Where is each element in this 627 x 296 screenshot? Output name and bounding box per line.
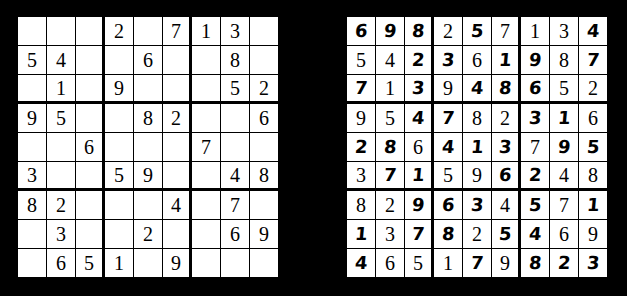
given-digit: 7	[500, 21, 510, 41]
solved-digit: 4	[441, 138, 455, 156]
given-digit: 2	[171, 108, 181, 128]
solved-digit: 7	[586, 51, 600, 69]
given-digit: 4	[385, 50, 395, 70]
given-digit: 5	[114, 165, 124, 185]
cell-r6c4: 5	[105, 162, 134, 191]
solved-digit: 4	[411, 109, 425, 127]
cell-r6c3: 1	[405, 162, 434, 191]
cell-r4c9: 6	[579, 104, 608, 133]
solved-digit: 7	[411, 225, 425, 243]
solved-digit: 4	[354, 254, 368, 272]
cell-r4c3: 4	[405, 104, 434, 133]
cell-r4c8	[221, 104, 250, 133]
given-digit: 9	[259, 224, 269, 244]
given-digit: 1	[530, 21, 540, 41]
cell-r5c8	[221, 133, 250, 162]
given-digit: 5	[413, 253, 423, 273]
solved-digit: 4	[586, 22, 600, 40]
cell-r1c7: 1	[192, 17, 221, 46]
cell-r7c7	[192, 191, 221, 220]
given-digit: 4	[559, 165, 569, 185]
solved-digit: 7	[383, 166, 397, 184]
cell-r4c3	[76, 104, 105, 133]
cell-r3c4: 9	[105, 75, 134, 104]
cell-r2c3	[76, 46, 105, 75]
solution-board: 6982571345423619877139486529547823162864…	[347, 17, 608, 278]
cell-r6c3	[76, 162, 105, 191]
cell-r4c7: 3	[521, 104, 550, 133]
cell-r8c4: 8	[434, 220, 463, 249]
cell-r3c8: 5	[550, 75, 579, 104]
cell-r3c3: 3	[405, 75, 434, 104]
cell-r1c5: 5	[463, 17, 492, 46]
cell-r2c4	[105, 46, 134, 75]
given-digit: 1	[56, 78, 66, 98]
given-digit: 2	[472, 224, 482, 244]
cell-r3c5: 4	[463, 75, 492, 104]
cell-r5c2	[47, 133, 76, 162]
cell-r5c7: 7	[521, 133, 550, 162]
cell-r9c1: 4	[347, 249, 376, 278]
cell-r1c7: 1	[521, 17, 550, 46]
cell-r5c5: 1	[463, 133, 492, 162]
solved-digit: 1	[586, 196, 600, 214]
cell-r3c4: 9	[434, 75, 463, 104]
cell-r3c2: 1	[47, 75, 76, 104]
given-digit: 9	[588, 224, 598, 244]
cell-r1c3	[76, 17, 105, 46]
cell-r2c3: 2	[405, 46, 434, 75]
cell-r5c7: 7	[192, 133, 221, 162]
cell-r8c6: 5	[492, 220, 521, 249]
cell-r5c8: 9	[550, 133, 579, 162]
cell-r8c8: 6	[221, 220, 250, 249]
cell-r8c3	[76, 220, 105, 249]
cell-r7c9	[250, 191, 279, 220]
cell-r7c8: 7	[221, 191, 250, 220]
given-digit: 1	[443, 253, 453, 273]
given-digit: 6	[588, 108, 598, 128]
solved-digit: 9	[411, 196, 425, 214]
cell-r8c3: 7	[405, 220, 434, 249]
cell-r7c3: 9	[405, 191, 434, 220]
given-digit: 3	[385, 224, 395, 244]
cell-r1c9: 4	[579, 17, 608, 46]
cell-r4c9: 6	[250, 104, 279, 133]
cell-r4c1: 9	[18, 104, 47, 133]
cell-r6c2	[47, 162, 76, 191]
cell-r6c1: 3	[18, 162, 47, 191]
cell-r1c3: 8	[405, 17, 434, 46]
cell-r4c4: 7	[434, 104, 463, 133]
cell-r4c5: 8	[463, 104, 492, 133]
cell-r7c4: 6	[434, 191, 463, 220]
given-digit: 5	[230, 78, 240, 98]
cell-r1c4: 2	[434, 17, 463, 46]
given-digit: 7	[230, 195, 240, 215]
cell-r1c8: 3	[550, 17, 579, 46]
given-digit: 8	[472, 108, 482, 128]
cell-r8c2: 3	[47, 220, 76, 249]
solved-digit: 6	[441, 196, 455, 214]
given-digit: 8	[356, 195, 366, 215]
cell-r3c6: 8	[492, 75, 521, 104]
cell-r8c9: 9	[579, 220, 608, 249]
given-digit: 8	[230, 50, 240, 70]
given-digit: 6	[259, 108, 269, 128]
given-digit: 6	[56, 253, 66, 273]
cell-r2c2: 4	[376, 46, 405, 75]
cell-r8c9: 9	[250, 220, 279, 249]
given-digit: 9	[171, 253, 181, 273]
cell-r9c6: 9	[163, 249, 192, 278]
cell-r7c6: 4	[163, 191, 192, 220]
cell-r9c4: 1	[105, 249, 134, 278]
given-digit: 4	[500, 195, 510, 215]
cell-r4c6: 2	[163, 104, 192, 133]
solved-digit: 8	[441, 225, 455, 243]
solved-digit: 8	[528, 254, 542, 272]
cell-r2c7	[192, 46, 221, 75]
given-digit: 8	[588, 165, 598, 185]
cell-r2c2: 4	[47, 46, 76, 75]
given-digit: 5	[385, 108, 395, 128]
cell-r3c9: 2	[579, 75, 608, 104]
given-digit: 6	[472, 50, 482, 70]
cell-r8c1	[18, 220, 47, 249]
cell-r7c8: 7	[550, 191, 579, 220]
cell-r1c1: 6	[347, 17, 376, 46]
given-digit: 7	[559, 195, 569, 215]
given-digit: 5	[356, 50, 366, 70]
cell-r4c8: 1	[550, 104, 579, 133]
cell-r9c2: 6	[47, 249, 76, 278]
cell-r6c8: 4	[221, 162, 250, 191]
cell-r9c9	[250, 249, 279, 278]
cell-r5c6	[163, 133, 192, 162]
given-digit: 2	[385, 195, 395, 215]
cell-r2c8: 8	[550, 46, 579, 75]
cell-r9c5	[134, 249, 163, 278]
cell-r2c9	[250, 46, 279, 75]
cell-r1c4: 2	[105, 17, 134, 46]
cell-r1c1	[18, 17, 47, 46]
cell-r7c5	[134, 191, 163, 220]
cell-r9c4: 1	[434, 249, 463, 278]
given-digit: 8	[259, 165, 269, 185]
solved-digit: 5	[528, 196, 542, 214]
cell-r5c2: 8	[376, 133, 405, 162]
cell-r9c6: 9	[492, 249, 521, 278]
given-digit: 5	[84, 253, 94, 273]
cell-r6c5: 9	[463, 162, 492, 191]
cell-r6c7: 2	[521, 162, 550, 191]
cell-r6c1: 3	[347, 162, 376, 191]
cell-r8c2: 3	[376, 220, 405, 249]
given-digit: 5	[27, 50, 37, 70]
cell-r7c3	[76, 191, 105, 220]
solved-digit: 5	[470, 22, 484, 40]
given-digit: 9	[114, 78, 124, 98]
solved-digit: 2	[354, 138, 368, 156]
cell-r8c5: 2	[134, 220, 163, 249]
given-digit: 7	[171, 21, 181, 41]
cell-r5c5	[134, 133, 163, 162]
cell-r6c9: 8	[579, 162, 608, 191]
cell-r3c6	[163, 75, 192, 104]
solved-digit: 1	[470, 138, 484, 156]
given-digit: 2	[588, 78, 598, 98]
given-digit: 2	[143, 224, 153, 244]
solved-digit: 7	[441, 109, 455, 127]
cell-r5c9	[250, 133, 279, 162]
given-digit: 7	[530, 137, 540, 157]
solved-digit: 4	[470, 79, 484, 97]
cell-r4c1: 9	[347, 104, 376, 133]
cell-r6c9: 8	[250, 162, 279, 191]
cell-r5c6: 3	[492, 133, 521, 162]
cell-r3c3	[76, 75, 105, 104]
cell-r4c2: 5	[47, 104, 76, 133]
cell-r3c7	[192, 75, 221, 104]
cell-r8c8: 6	[550, 220, 579, 249]
cell-r2c7: 9	[521, 46, 550, 75]
cell-r2c4: 3	[434, 46, 463, 75]
given-digit: 6	[143, 50, 153, 70]
given-digit: 2	[114, 21, 124, 41]
given-digit: 9	[27, 108, 37, 128]
cell-r4c6: 2	[492, 104, 521, 133]
solved-digit: 3	[586, 254, 600, 272]
solved-digit: 8	[411, 22, 425, 40]
cell-r2c9: 7	[579, 46, 608, 75]
given-digit: 3	[56, 224, 66, 244]
cell-r7c1: 8	[18, 191, 47, 220]
cell-r1c9	[250, 17, 279, 46]
given-digit: 8	[559, 50, 569, 70]
cell-r6c6: 6	[492, 162, 521, 191]
cell-r2c1: 5	[347, 46, 376, 75]
solved-digit: 9	[528, 51, 542, 69]
cell-r8c5: 2	[463, 220, 492, 249]
solved-digit: 1	[411, 166, 425, 184]
cell-r1c6: 7	[492, 17, 521, 46]
given-digit: 6	[413, 137, 423, 157]
cell-r2c1: 5	[18, 46, 47, 75]
given-digit: 6	[559, 224, 569, 244]
cell-r4c2: 5	[376, 104, 405, 133]
cell-r2c6: 1	[492, 46, 521, 75]
given-digit: 8	[143, 108, 153, 128]
cell-r7c6: 4	[492, 191, 521, 220]
cell-r7c5: 3	[463, 191, 492, 220]
solved-digit: 7	[354, 79, 368, 97]
solved-digit: 2	[411, 51, 425, 69]
cell-r8c7: 4	[521, 220, 550, 249]
cell-r4c5: 8	[134, 104, 163, 133]
cell-r6c8: 4	[550, 162, 579, 191]
given-digit: 9	[143, 165, 153, 185]
cell-r5c3: 6	[405, 133, 434, 162]
solved-digit: 3	[470, 196, 484, 214]
given-digit: 9	[472, 165, 482, 185]
given-digit: 3	[27, 165, 37, 185]
given-digit: 4	[56, 50, 66, 70]
given-digit: 5	[56, 108, 66, 128]
cell-r1c5	[134, 17, 163, 46]
cell-r9c1	[18, 249, 47, 278]
solved-digit: 7	[470, 254, 484, 272]
cell-r3c9: 2	[250, 75, 279, 104]
cell-r1c2: 9	[376, 17, 405, 46]
cell-r3c1	[18, 75, 47, 104]
cell-r9c8	[221, 249, 250, 278]
cell-r4c4	[105, 104, 134, 133]
solved-digit: 8	[383, 138, 397, 156]
given-digit: 4	[230, 165, 240, 185]
given-digit: 8	[27, 195, 37, 215]
cell-r8c6	[163, 220, 192, 249]
cell-r7c1: 8	[347, 191, 376, 220]
cell-r3c8: 5	[221, 75, 250, 104]
solved-digit: 4	[528, 225, 542, 243]
cell-r9c3: 5	[405, 249, 434, 278]
given-digit: 4	[171, 195, 181, 215]
cell-r2c8: 8	[221, 46, 250, 75]
cell-r7c2: 2	[376, 191, 405, 220]
cell-r5c1	[18, 133, 47, 162]
cell-r7c7: 5	[521, 191, 550, 220]
given-digit: 3	[356, 165, 366, 185]
puzzle-board: 271354681952958266735948824732696519	[18, 17, 279, 278]
cell-r1c6: 7	[163, 17, 192, 46]
cell-r3c1: 7	[347, 75, 376, 104]
cell-r9c2: 6	[376, 249, 405, 278]
cell-r9c7: 8	[521, 249, 550, 278]
solved-digit: 5	[586, 138, 600, 156]
solved-digit: 9	[557, 138, 571, 156]
cell-r3c7: 6	[521, 75, 550, 104]
cell-r3c2: 1	[376, 75, 405, 104]
solved-digit: 3	[528, 109, 542, 127]
cell-r9c7	[192, 249, 221, 278]
solved-digit: 3	[411, 79, 425, 97]
solved-digit: 1	[498, 51, 512, 69]
given-digit: 6	[230, 224, 240, 244]
cell-r7c9: 1	[579, 191, 608, 220]
cell-r2c6	[163, 46, 192, 75]
cell-r2c5: 6	[134, 46, 163, 75]
solved-digit: 6	[498, 166, 512, 184]
cell-r7c4	[105, 191, 134, 220]
solved-digit: 6	[354, 22, 368, 40]
cell-r9c8: 2	[550, 249, 579, 278]
solved-digit: 2	[528, 166, 542, 184]
cell-r6c5: 9	[134, 162, 163, 191]
solved-digit: 6	[528, 79, 542, 97]
given-digit: 9	[500, 253, 510, 273]
given-digit: 2	[56, 195, 66, 215]
cell-r1c2	[47, 17, 76, 46]
given-digit: 3	[230, 21, 240, 41]
given-digit: 9	[356, 108, 366, 128]
solved-digit: 1	[354, 225, 368, 243]
cell-r5c4: 4	[434, 133, 463, 162]
cell-r9c3: 5	[76, 249, 105, 278]
given-digit: 9	[443, 78, 453, 98]
solved-digit: 3	[498, 138, 512, 156]
cell-r8c4	[105, 220, 134, 249]
cell-r6c6	[163, 162, 192, 191]
given-digit: 1	[114, 253, 124, 273]
cell-r5c9: 5	[579, 133, 608, 162]
given-digit: 5	[443, 165, 453, 185]
given-digit: 1	[385, 78, 395, 98]
sudoku-diagram: 271354681952958266735948824732696519 698…	[0, 0, 627, 278]
cell-r1c8: 3	[221, 17, 250, 46]
given-digit: 7	[201, 137, 211, 157]
cell-r5c4	[105, 133, 134, 162]
cell-r6c2: 7	[376, 162, 405, 191]
solved-digit: 8	[498, 79, 512, 97]
given-digit: 2	[259, 78, 269, 98]
cell-r4c7	[192, 104, 221, 133]
given-digit: 6	[84, 137, 94, 157]
cell-r6c4: 5	[434, 162, 463, 191]
cell-r8c7	[192, 220, 221, 249]
solved-digit: 2	[557, 254, 571, 272]
cell-r8c1: 1	[347, 220, 376, 249]
cell-r2c5: 6	[463, 46, 492, 75]
solved-digit: 9	[383, 22, 397, 40]
cell-r9c5: 7	[463, 249, 492, 278]
cell-r9c9: 3	[579, 249, 608, 278]
cell-r5c3: 6	[76, 133, 105, 162]
solved-digit: 5	[498, 225, 512, 243]
cell-r5c1: 2	[347, 133, 376, 162]
cell-r7c2: 2	[47, 191, 76, 220]
given-digit: 5	[559, 78, 569, 98]
cell-r3c5	[134, 75, 163, 104]
given-digit: 2	[443, 21, 453, 41]
cell-r6c7	[192, 162, 221, 191]
solved-digit: 1	[557, 109, 571, 127]
solved-digit: 3	[441, 51, 455, 69]
given-digit: 1	[201, 21, 211, 41]
given-digit: 6	[385, 253, 395, 273]
given-digit: 3	[559, 21, 569, 41]
given-digit: 2	[500, 108, 510, 128]
